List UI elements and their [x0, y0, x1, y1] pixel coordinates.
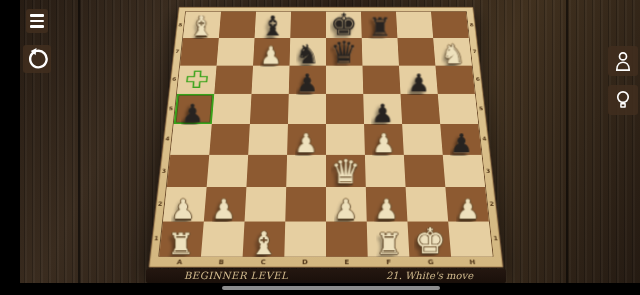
- square-e6[interactable]: [326, 65, 363, 93]
- square-g1[interactable]: [407, 221, 451, 257]
- square-f4[interactable]: [364, 124, 404, 155]
- square-f7[interactable]: [362, 38, 399, 65]
- square-f5[interactable]: [363, 94, 402, 124]
- square-g7[interactable]: [397, 38, 435, 65]
- opponent-profile-button[interactable]: [608, 46, 638, 76]
- last-move-from-marker: [177, 65, 217, 93]
- square-d2[interactable]: [285, 187, 326, 221]
- square-d7[interactable]: [290, 38, 326, 65]
- person-icon: [613, 50, 633, 72]
- square-g6[interactable]: [399, 65, 438, 93]
- square-c1[interactable]: [243, 221, 286, 257]
- square-h6[interactable]: [435, 65, 475, 93]
- board-squares: [159, 12, 493, 257]
- square-c4[interactable]: [248, 124, 288, 155]
- square-a8[interactable]: [183, 12, 221, 38]
- square-b2[interactable]: [204, 187, 247, 221]
- square-d3[interactable]: [286, 155, 326, 187]
- status-bar: BEGINNER LEVEL 21. White's move: [146, 269, 506, 283]
- square-e1[interactable]: [326, 221, 368, 257]
- square-c3[interactable]: [246, 155, 287, 187]
- square-f8[interactable]: [361, 12, 397, 38]
- hamburger-icon: [30, 14, 44, 17]
- screen-cutout: [0, 0, 20, 295]
- hint-button[interactable]: [608, 85, 638, 115]
- app-screen: ABCDEFGH 87654321 87654321 ♝♝♚♜♟♞♛♞♟♟♟♟♟…: [0, 0, 640, 295]
- square-c2[interactable]: [245, 187, 287, 221]
- square-f6[interactable]: [362, 65, 400, 93]
- square-f3[interactable]: [365, 155, 406, 187]
- square-e2[interactable]: [326, 187, 367, 221]
- square-b7[interactable]: [217, 38, 255, 65]
- square-e8[interactable]: [326, 12, 362, 38]
- square-g3[interactable]: [404, 155, 446, 187]
- rotate-icon: [26, 48, 48, 70]
- rotate-board-button[interactable]: [23, 45, 51, 73]
- square-h8[interactable]: [431, 12, 469, 38]
- chess-board: ABCDEFGH 87654321 87654321 ♝♝♚♜♟♞♛♞♟♟♟♟♟…: [148, 7, 504, 268]
- square-b5[interactable]: [212, 94, 252, 124]
- square-f1[interactable]: [367, 221, 410, 257]
- square-e5[interactable]: [326, 94, 364, 124]
- square-d4[interactable]: [287, 124, 326, 155]
- square-b3[interactable]: [207, 155, 249, 187]
- square-b8[interactable]: [219, 12, 256, 38]
- square-d6[interactable]: [289, 65, 326, 93]
- square-b4[interactable]: [209, 124, 250, 155]
- square-h5[interactable]: [438, 94, 478, 124]
- wood-plank-seam: [566, 0, 568, 295]
- square-g8[interactable]: [396, 12, 433, 38]
- square-c7[interactable]: [253, 38, 290, 65]
- square-h1[interactable]: [448, 221, 493, 257]
- square-a1[interactable]: [159, 221, 204, 257]
- square-h7[interactable]: [433, 38, 472, 65]
- menu-button[interactable]: [26, 9, 48, 33]
- square-a7[interactable]: [180, 38, 219, 65]
- square-b1[interactable]: [201, 221, 245, 257]
- square-d5[interactable]: [288, 94, 326, 124]
- square-f2[interactable]: [366, 187, 408, 221]
- square-g4[interactable]: [402, 124, 443, 155]
- square-g5[interactable]: [400, 94, 440, 124]
- move-indicator: 21. White's move: [386, 270, 473, 281]
- wood-plank-seam: [78, 0, 80, 295]
- home-indicator[interactable]: [222, 286, 440, 290]
- square-g2[interactable]: [406, 187, 449, 221]
- square-e4[interactable]: [326, 124, 365, 155]
- square-b6[interactable]: [214, 65, 253, 93]
- square-e7[interactable]: [326, 38, 362, 65]
- square-h3[interactable]: [443, 155, 485, 187]
- square-d8[interactable]: [290, 12, 326, 38]
- square-a4[interactable]: [170, 124, 211, 155]
- square-a2[interactable]: [163, 187, 207, 221]
- lightbulb-icon: [613, 89, 633, 111]
- last-move-to-marker: [174, 94, 214, 124]
- square-d1[interactable]: [284, 221, 326, 257]
- square-h4[interactable]: [440, 124, 481, 155]
- square-c8[interactable]: [255, 12, 291, 38]
- square-e3[interactable]: [326, 155, 366, 187]
- square-c6[interactable]: [252, 65, 290, 93]
- square-h2[interactable]: [445, 187, 489, 221]
- square-a3[interactable]: [167, 155, 209, 187]
- square-c5[interactable]: [250, 94, 289, 124]
- level-label: BEGINNER LEVEL: [184, 270, 288, 281]
